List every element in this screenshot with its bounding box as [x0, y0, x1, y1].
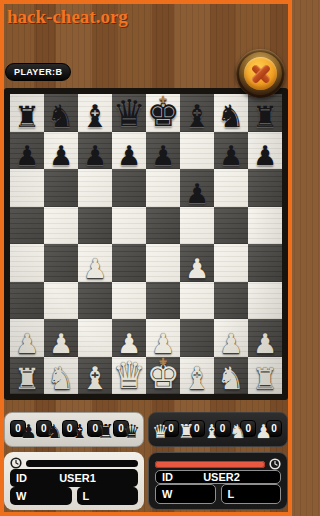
square-h5[interactable]: [248, 207, 282, 245]
square-d7[interactable]: ♟: [112, 132, 146, 170]
player1-time-bar: [26, 460, 138, 467]
square-c1[interactable]: ♝: [78, 357, 112, 395]
square-g8[interactable]: ♞: [214, 94, 248, 132]
square-g7[interactable]: ♟: [214, 132, 248, 170]
square-b7[interactable]: ♟: [44, 132, 78, 170]
player2-panel: ID USER2 W L: [148, 452, 288, 510]
captured-black-knight: 0♞: [36, 417, 61, 442]
captured-white-knight: 0♞: [231, 417, 256, 442]
white-queen-icon: ♛: [152, 422, 169, 441]
square-d1[interactable]: ♛: [112, 357, 146, 395]
player1-losses-box: L: [77, 487, 139, 505]
square-b8[interactable]: ♞: [44, 94, 78, 132]
white-rook-icon: ♜: [178, 422, 195, 441]
square-d4[interactable]: [112, 244, 146, 282]
piece-white-pawn-a2[interactable]: ♟: [15, 330, 39, 357]
piece-white-queen-d1[interactable]: ♛: [112, 357, 145, 394]
captured-black-bishop: 0♝: [62, 417, 87, 442]
piece-black-bishop-f8[interactable]: ♝: [183, 101, 211, 132]
square-c5[interactable]: [78, 207, 112, 245]
square-f2[interactable]: [180, 319, 214, 357]
black-bishop-icon: ♝: [71, 422, 88, 441]
piece-white-pawn-c4[interactable]: ♟: [83, 255, 107, 282]
white-knight-icon: ♞: [229, 422, 246, 441]
site-watermark: hack-cheat.org: [7, 6, 128, 28]
square-a3[interactable]: [10, 282, 44, 320]
white-pawn-icon: ♟: [255, 422, 272, 441]
piece-black-pawn-c7[interactable]: ♟: [83, 142, 107, 169]
square-e2[interactable]: ♟: [146, 319, 180, 357]
piece-white-pawn-h2[interactable]: ♟: [253, 330, 277, 357]
piece-black-pawn-g7[interactable]: ♟: [219, 142, 243, 169]
black-rook-icon: ♜: [97, 422, 114, 441]
square-g1[interactable]: ♞: [214, 357, 248, 395]
square-g2[interactable]: ♟: [214, 319, 248, 357]
square-b1[interactable]: ♞: [44, 357, 78, 395]
player1-panel: ID USER1 W L: [4, 452, 144, 510]
square-a8[interactable]: ♜: [10, 94, 44, 132]
player1-id-box: ID USER1: [10, 469, 138, 487]
square-b4[interactable]: [44, 244, 78, 282]
square-c3[interactable]: [78, 282, 112, 320]
captured-black-pawn: 0♟: [10, 417, 35, 442]
piece-white-knight-b1[interactable]: ♞: [47, 363, 75, 394]
square-f3[interactable]: [180, 282, 214, 320]
square-b2[interactable]: ♟: [44, 319, 78, 357]
square-e7[interactable]: ♟: [146, 132, 180, 170]
white-bishop-icon: ♝: [204, 422, 221, 441]
square-d6[interactable]: [112, 169, 146, 207]
player2-id-box: ID USER2: [155, 470, 281, 484]
captured-white-queen: 0♛: [154, 417, 179, 442]
black-knight-icon: ♞: [46, 422, 63, 441]
square-h3[interactable]: [248, 282, 282, 320]
square-f7[interactable]: [180, 132, 214, 170]
square-b6[interactable]: [44, 169, 78, 207]
captured-white-bishop: 0♝: [206, 417, 231, 442]
piece-black-rook-h8[interactable]: ♜: [252, 103, 278, 132]
king-gold-cross: ✚: [159, 357, 167, 367]
square-b3[interactable]: [44, 282, 78, 320]
square-c4[interactable]: ♟: [78, 244, 112, 282]
piece-white-bishop-c1[interactable]: ♝: [81, 363, 109, 394]
captured-white-rook: 0♜: [180, 417, 205, 442]
square-a4[interactable]: [10, 244, 44, 282]
piece-black-queen-d8[interactable]: ♛: [112, 95, 145, 132]
id-label: ID: [162, 471, 173, 483]
clock-icon: [10, 457, 22, 469]
square-e4[interactable]: [146, 244, 180, 282]
square-a6[interactable]: [10, 169, 44, 207]
square-e6[interactable]: [146, 169, 180, 207]
black-queen-icon: ♛: [123, 422, 140, 441]
square-e8[interactable]: ♚✚: [146, 94, 180, 132]
square-g3[interactable]: [214, 282, 248, 320]
square-f4[interactable]: ♟: [180, 244, 214, 282]
piece-white-king-e1[interactable]: ♚✚: [146, 357, 179, 394]
piece-white-pawn-d2[interactable]: ♟: [117, 330, 141, 357]
piece-white-pawn-g2[interactable]: ♟: [219, 330, 243, 357]
square-c6[interactable]: [78, 169, 112, 207]
square-e3[interactable]: [146, 282, 180, 320]
piece-white-pawn-b2[interactable]: ♟: [49, 330, 73, 357]
captured-white-pawn: 0♟: [257, 417, 282, 442]
player2-name: USER2: [173, 471, 270, 483]
piece-white-rook-a1[interactable]: ♜: [14, 365, 40, 394]
square-g5[interactable]: [214, 207, 248, 245]
player1-name: USER1: [27, 472, 128, 484]
black-pawn-icon: ♟: [20, 422, 37, 441]
square-f1[interactable]: ♝: [180, 357, 214, 395]
piece-black-king-e8[interactable]: ♚✚: [146, 95, 179, 132]
piece-black-rook-a8[interactable]: ♜: [14, 103, 40, 132]
turn-indicator-badge: PLAYER:B: [5, 63, 71, 81]
captured-white-pieces-tray: 0♛0♜0♝0♞0♟: [148, 412, 288, 447]
clock-icon: [269, 458, 281, 470]
piece-black-pawn-b7[interactable]: ♟: [49, 142, 73, 169]
square-e1[interactable]: ♚✚: [146, 357, 180, 395]
square-d5[interactable]: [112, 207, 146, 245]
piece-black-pawn-d7[interactable]: ♟: [117, 142, 141, 169]
piece-black-knight-b8[interactable]: ♞: [47, 101, 75, 132]
captured-black-rook: 0♜: [87, 417, 112, 442]
square-e5[interactable]: [146, 207, 180, 245]
piece-black-pawn-a7[interactable]: ♟: [15, 142, 39, 169]
square-f8[interactable]: ♝: [180, 94, 214, 132]
piece-white-pawn-f4[interactable]: ♟: [185, 255, 209, 282]
square-h7[interactable]: ♟: [248, 132, 282, 170]
piece-white-knight-g1[interactable]: ♞: [217, 363, 245, 394]
piece-white-pawn-e2[interactable]: ♟: [151, 330, 175, 357]
square-c2[interactable]: [78, 319, 112, 357]
chess-board-frame: ♜♞♝♛♚✚♝♞♜♟♟♟♟♟♟♟♟♟♟♟♟♟♟♟♟♜♞♝♛♚✚♝♞♜: [4, 88, 288, 400]
piece-black-pawn-f6[interactable]: ♟: [185, 180, 209, 207]
square-c8[interactable]: ♝: [78, 94, 112, 132]
square-g4[interactable]: [214, 244, 248, 282]
square-d3[interactable]: [112, 282, 146, 320]
piece-black-knight-g8[interactable]: ♞: [217, 101, 245, 132]
square-f6[interactable]: ♟: [180, 169, 214, 207]
square-c7[interactable]: ♟: [78, 132, 112, 170]
chess-board: ♜♞♝♛♚✚♝♞♜♟♟♟♟♟♟♟♟♟♟♟♟♟♟♟♟♜♞♝♛♚✚♝♞♜: [10, 94, 282, 394]
square-h1[interactable]: ♜: [248, 357, 282, 395]
square-g6[interactable]: [214, 169, 248, 207]
square-a1[interactable]: ♜: [10, 357, 44, 395]
square-h6[interactable]: [248, 169, 282, 207]
square-h8[interactable]: ♜: [248, 94, 282, 132]
square-a5[interactable]: [10, 207, 44, 245]
piece-black-pawn-e7[interactable]: ♟: [151, 142, 175, 169]
square-f5[interactable]: [180, 207, 214, 245]
player2-time-bar: [155, 461, 265, 468]
player2-losses-box: L: [221, 484, 282, 504]
square-d2[interactable]: ♟: [112, 319, 146, 357]
close-button[interactable]: [236, 49, 285, 98]
piece-black-pawn-h7[interactable]: ♟: [253, 142, 277, 169]
piece-white-rook-h1[interactable]: ♜: [252, 365, 278, 394]
square-a2[interactable]: ♟: [10, 319, 44, 357]
square-h4[interactable]: [248, 244, 282, 282]
player1-wins-box: W: [10, 487, 72, 505]
square-d8[interactable]: ♛: [112, 94, 146, 132]
square-h2[interactable]: ♟: [248, 319, 282, 357]
player2-wins-box: W: [155, 484, 216, 504]
square-a7[interactable]: ♟: [10, 132, 44, 170]
king-gold-cross: ✚: [159, 95, 167, 105]
captured-black-pieces-tray: 0♟0♞0♝0♜0♛: [4, 412, 144, 447]
piece-black-bishop-c8[interactable]: ♝: [81, 101, 109, 132]
piece-white-bishop-f1[interactable]: ♝: [183, 363, 211, 394]
captured-black-queen: 0♛: [113, 417, 138, 442]
id-label: ID: [16, 472, 27, 484]
square-b5[interactable]: [44, 207, 78, 245]
